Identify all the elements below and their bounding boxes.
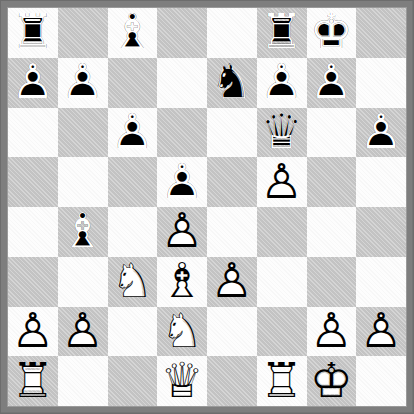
chess-board: ♜♖♝♗♜♖♚♔♟♙♟♙♞♘♟♙♟♙♟♙♛♕♟♙♟♙♟♙♝♗♟♙♞♘♝♗♟♙♟♙… (8, 8, 406, 406)
piece-white-pawn-fill: ♟ (207, 257, 257, 307)
piece-black-king-fill: ♚ (307, 8, 357, 58)
square-d5[interactable]: ♟♙ (157, 157, 207, 207)
piece-black-pawn-fill: ♟ (8, 58, 58, 108)
square-e3[interactable]: ♟♙ (207, 257, 257, 307)
square-h7[interactable] (356, 58, 406, 108)
piece-black-bishop-fill: ♝ (58, 207, 108, 257)
square-b6[interactable] (58, 108, 108, 158)
piece-black-queen: ♕ (257, 108, 307, 158)
piece-black-pawn: ♙ (257, 58, 307, 108)
piece-white-knight-fill: ♞ (108, 257, 158, 307)
piece-black-pawn: ♙ (356, 108, 406, 158)
square-e8[interactable] (207, 8, 257, 58)
piece-black-pawn-fill: ♟ (307, 58, 357, 108)
piece-white-pawn: ♙ (58, 307, 108, 357)
square-h2[interactable]: ♟♙ (356, 307, 406, 357)
piece-white-pawn-fill: ♟ (8, 307, 58, 357)
piece-black-bishop-fill: ♝ (108, 8, 158, 58)
square-d4[interactable]: ♟♙ (157, 207, 207, 257)
piece-white-rook: ♖ (8, 356, 58, 406)
square-h4[interactable] (356, 207, 406, 257)
piece-black-bishop: ♗ (108, 8, 158, 58)
piece-white-knight: ♘ (108, 257, 158, 307)
piece-black-pawn: ♙ (157, 157, 207, 207)
square-a8[interactable]: ♜♖ (8, 8, 58, 58)
piece-black-rook: ♖ (257, 8, 307, 58)
square-a2[interactable]: ♟♙ (8, 307, 58, 357)
piece-white-pawn-fill: ♟ (307, 307, 357, 357)
piece-white-queen-fill: ♛ (157, 356, 207, 406)
piece-black-bishop: ♗ (58, 207, 108, 257)
square-c1[interactable] (108, 356, 158, 406)
square-e1[interactable] (207, 356, 257, 406)
piece-black-rook-fill: ♜ (257, 8, 307, 58)
square-g3[interactable] (307, 257, 357, 307)
piece-white-pawn: ♙ (8, 307, 58, 357)
chess-board-frame: ♜♖♝♗♜♖♚♔♟♙♟♙♞♘♟♙♟♙♟♙♛♕♟♙♟♙♟♙♝♗♟♙♞♘♝♗♟♙♟♙… (0, 0, 414, 414)
square-b5[interactable] (58, 157, 108, 207)
piece-white-king-fill: ♚ (307, 356, 357, 406)
square-e6[interactable] (207, 108, 257, 158)
piece-black-queen-fill: ♛ (257, 108, 307, 158)
square-h5[interactable] (356, 157, 406, 207)
piece-black-pawn-fill: ♟ (157, 157, 207, 207)
piece-white-pawn: ♙ (307, 307, 357, 357)
piece-white-pawn-fill: ♟ (356, 307, 406, 357)
piece-white-pawn-fill: ♟ (257, 157, 307, 207)
square-f8[interactable]: ♜♖ (257, 8, 307, 58)
piece-white-knight-fill: ♞ (157, 307, 207, 357)
piece-white-pawn: ♙ (257, 157, 307, 207)
square-d6[interactable] (157, 108, 207, 158)
square-g2[interactable]: ♟♙ (307, 307, 357, 357)
square-d1[interactable]: ♛♕ (157, 356, 207, 406)
piece-black-pawn: ♙ (108, 108, 158, 158)
piece-white-rook: ♖ (257, 356, 307, 406)
piece-black-pawn-fill: ♟ (356, 108, 406, 158)
square-a6[interactable] (8, 108, 58, 158)
square-c5[interactable] (108, 157, 158, 207)
piece-black-rook-fill: ♜ (8, 8, 58, 58)
square-f4[interactable] (257, 207, 307, 257)
square-e4[interactable] (207, 207, 257, 257)
square-b8[interactable] (58, 8, 108, 58)
square-h8[interactable] (356, 8, 406, 58)
piece-white-rook-fill: ♜ (257, 356, 307, 406)
square-h6[interactable]: ♟♙ (356, 108, 406, 158)
square-g6[interactable] (307, 108, 357, 158)
square-f1[interactable]: ♜♖ (257, 356, 307, 406)
square-e5[interactable] (207, 157, 257, 207)
piece-white-bishop-fill: ♝ (157, 257, 207, 307)
square-b7[interactable]: ♟♙ (58, 58, 108, 108)
piece-black-pawn: ♙ (8, 58, 58, 108)
square-f7[interactable]: ♟♙ (257, 58, 307, 108)
piece-black-rook: ♖ (8, 8, 58, 58)
square-d7[interactable] (157, 58, 207, 108)
piece-white-king: ♔ (307, 356, 357, 406)
piece-black-pawn-fill: ♟ (108, 108, 158, 158)
square-a4[interactable] (8, 207, 58, 257)
square-c8[interactable]: ♝♗ (108, 8, 158, 58)
square-f6[interactable]: ♛♕ (257, 108, 307, 158)
square-g4[interactable] (307, 207, 357, 257)
square-f3[interactable] (257, 257, 307, 307)
square-f2[interactable] (257, 307, 307, 357)
square-e2[interactable] (207, 307, 257, 357)
square-a1[interactable]: ♜♖ (8, 356, 58, 406)
piece-white-rook-fill: ♜ (8, 356, 58, 406)
square-c4[interactable] (108, 207, 158, 257)
square-h1[interactable] (356, 356, 406, 406)
piece-white-pawn: ♙ (356, 307, 406, 357)
square-c2[interactable] (108, 307, 158, 357)
piece-white-pawn: ♙ (207, 257, 257, 307)
piece-black-pawn: ♙ (307, 58, 357, 108)
square-b4[interactable]: ♝♗ (58, 207, 108, 257)
square-d8[interactable] (157, 8, 207, 58)
piece-black-knight-fill: ♞ (207, 58, 257, 108)
square-c3[interactable]: ♞♘ (108, 257, 158, 307)
square-e7[interactable]: ♞♘ (207, 58, 257, 108)
piece-white-bishop: ♗ (157, 257, 207, 307)
piece-white-knight: ♘ (157, 307, 207, 357)
square-b3[interactable] (58, 257, 108, 307)
piece-black-pawn-fill: ♟ (257, 58, 307, 108)
square-b1[interactable] (58, 356, 108, 406)
piece-black-pawn-fill: ♟ (58, 58, 108, 108)
square-f5[interactable]: ♟♙ (257, 157, 307, 207)
square-g8[interactable]: ♚♔ (307, 8, 357, 58)
square-c6[interactable]: ♟♙ (108, 108, 158, 158)
piece-white-pawn-fill: ♟ (58, 307, 108, 357)
piece-white-queen: ♕ (157, 356, 207, 406)
square-h3[interactable] (356, 257, 406, 307)
piece-black-king: ♔ (307, 8, 357, 58)
square-g5[interactable] (307, 157, 357, 207)
square-d3[interactable]: ♝♗ (157, 257, 207, 307)
square-a3[interactable] (8, 257, 58, 307)
piece-white-pawn-fill: ♟ (157, 207, 207, 257)
square-a7[interactable]: ♟♙ (8, 58, 58, 108)
square-b2[interactable]: ♟♙ (58, 307, 108, 357)
square-a5[interactable] (8, 157, 58, 207)
square-g7[interactable]: ♟♙ (307, 58, 357, 108)
square-d2[interactable]: ♞♘ (157, 307, 207, 357)
piece-black-pawn: ♙ (58, 58, 108, 108)
piece-white-pawn: ♙ (157, 207, 207, 257)
square-g1[interactable]: ♚♔ (307, 356, 357, 406)
piece-black-knight: ♘ (207, 58, 257, 108)
square-c7[interactable] (108, 58, 158, 108)
